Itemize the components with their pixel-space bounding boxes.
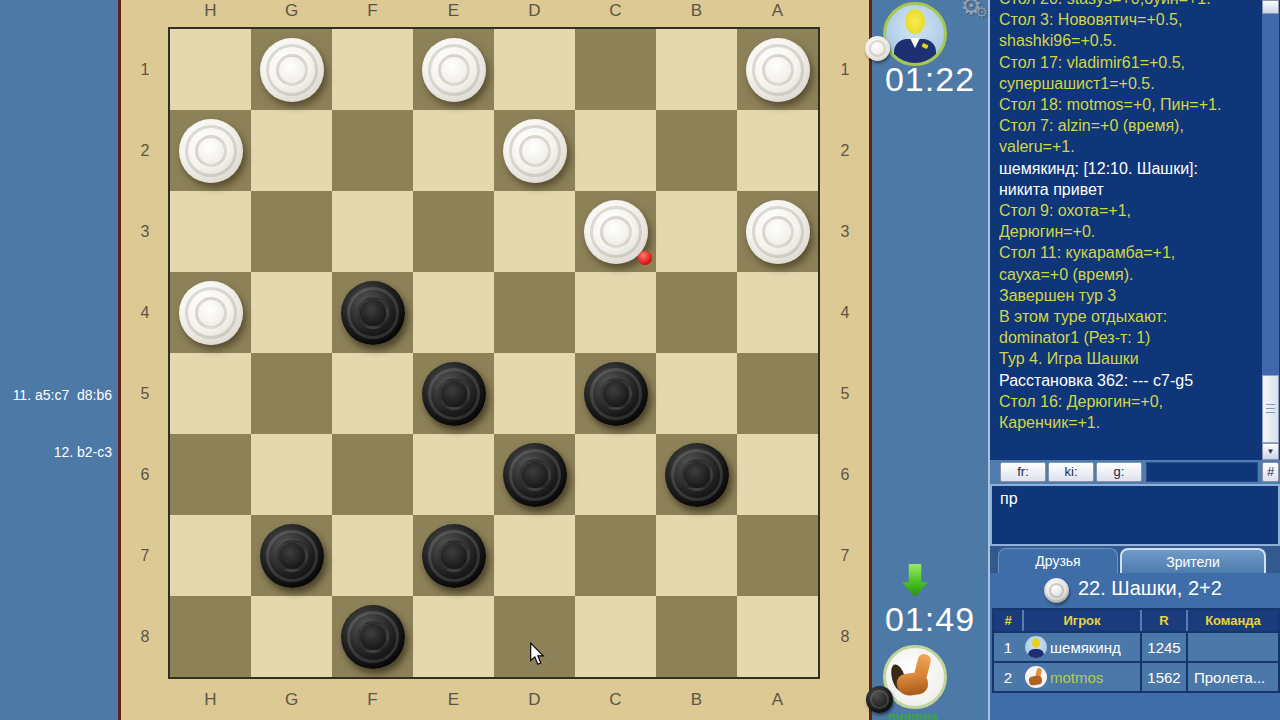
rank-labels-left: 12345678 xyxy=(122,29,168,677)
chat-line: Стол 7: alzin=+0 (время), xyxy=(999,115,1255,136)
white-man-d2[interactable] xyxy=(503,119,567,183)
rank-label-3: 3 xyxy=(822,191,868,272)
mouse-cursor xyxy=(529,642,545,666)
chat-line: Стол 3: Нововятич=+0.5, xyxy=(999,9,1255,30)
file-label-G: G xyxy=(251,690,332,712)
white-man-e1[interactable] xyxy=(422,38,486,102)
move-list: 11. a5:c7 d8:b6 12. b2-c3 xyxy=(0,348,112,500)
square-a2[interactable] xyxy=(737,110,818,191)
square-c4[interactable] xyxy=(575,272,656,353)
chat-line: Каренчик=+1. xyxy=(999,412,1255,433)
white-man-a3[interactable] xyxy=(746,200,810,264)
file-label-D: D xyxy=(494,1,575,23)
file-label-H: H xyxy=(170,1,251,23)
row-team: Пролета... xyxy=(1186,663,1278,691)
square-f3[interactable] xyxy=(332,191,413,272)
file-labels-top: HGFEDCBA xyxy=(170,1,818,23)
spectator-table-header: # Игрок R Команда xyxy=(994,610,1278,631)
person-icon xyxy=(1025,636,1047,658)
square-b4[interactable] xyxy=(656,272,737,353)
file-label-F: F xyxy=(332,690,413,712)
square-h8[interactable] xyxy=(170,596,251,677)
file-labels-bottom: HGFEDCBA xyxy=(170,690,818,712)
room-header: 22. Шашки, 2+2 xyxy=(990,573,1280,608)
square-b8[interactable] xyxy=(656,596,737,677)
room-title: 22. Шашки, 2+2 xyxy=(1078,577,1222,600)
square-h1[interactable] xyxy=(170,29,251,110)
white-man-g1[interactable] xyxy=(260,38,324,102)
chat-line: сауха=+0 (время). xyxy=(999,264,1255,285)
square-b3[interactable] xyxy=(656,191,737,272)
col-header-player: Игрок xyxy=(1022,610,1140,631)
chat-line: Стол 11: кукарамба=+1, xyxy=(999,242,1255,263)
chat-line: valeru=+1. xyxy=(999,136,1255,157)
col-header-rating: R xyxy=(1140,610,1186,631)
row-number: 1 xyxy=(994,633,1022,661)
file-label-C: C xyxy=(575,1,656,23)
square-f7[interactable] xyxy=(332,515,413,596)
black-man-d6[interactable] xyxy=(503,443,567,507)
bottom-player-name: motmos xyxy=(872,709,954,720)
file-label-H: H xyxy=(170,690,251,712)
tabs-strip: Друзья Зрители xyxy=(990,546,1280,573)
rank-label-8: 8 xyxy=(122,596,168,677)
rank-label-5: 5 xyxy=(122,353,168,434)
square-g3[interactable] xyxy=(251,191,332,272)
checkers-board xyxy=(168,27,820,679)
square-c2[interactable] xyxy=(575,110,656,191)
rank-label-1: 1 xyxy=(822,29,868,110)
chat-log[interactable]: Стол 20: stasys=+0,буин=+1.Стол 3: Новов… xyxy=(990,0,1280,460)
square-h6[interactable] xyxy=(170,434,251,515)
file-label-E: E xyxy=(413,690,494,712)
rank-label-5: 5 xyxy=(822,353,868,434)
file-label-A: A xyxy=(737,1,818,23)
rank-label-7: 7 xyxy=(122,515,168,596)
chat-line: Расстановка 362: --- c7-g5 xyxy=(999,370,1255,391)
rank-label-4: 4 xyxy=(822,272,868,353)
rank-label-3: 3 xyxy=(122,191,168,272)
chat-line: Дерюгин=+0. xyxy=(999,221,1255,242)
chat-line: Стол 20: stasys=+0,буин=+1. xyxy=(999,0,1255,9)
chat-line: Стол 17: vladimir61=+0.5, xyxy=(999,52,1255,73)
chat-scrollbar[interactable]: ▼ xyxy=(1262,0,1279,460)
chat-line: Стол 9: охота=+1, xyxy=(999,200,1255,221)
white-man-h4[interactable] xyxy=(179,281,243,345)
black-man-e5[interactable] xyxy=(422,362,486,426)
avatar-head xyxy=(905,9,925,34)
chat-line: Завершен тур 3 xyxy=(999,285,1255,306)
black-man-e7[interactable] xyxy=(422,524,486,588)
ki-filter-button[interactable]: ki: xyxy=(1048,462,1094,482)
square-f1[interactable] xyxy=(332,29,413,110)
square-d3[interactable] xyxy=(494,191,575,272)
col-header-team: Команда xyxy=(1186,610,1278,631)
black-man-f4[interactable] xyxy=(341,281,405,345)
square-b5[interactable] xyxy=(656,353,737,434)
checkers-client: { "game": "checkers", "variant": "Russia… xyxy=(0,0,1280,720)
square-e4[interactable] xyxy=(413,272,494,353)
square-b1[interactable] xyxy=(656,29,737,110)
row-number: 2 xyxy=(994,663,1022,691)
black-man-c5[interactable] xyxy=(584,362,648,426)
white-man-a1[interactable] xyxy=(746,38,810,102)
toolbar-input[interactable] xyxy=(1146,462,1258,482)
hash-button[interactable]: # xyxy=(1262,462,1279,482)
square-g6[interactable] xyxy=(251,434,332,515)
chat-line: супершашист1=+0.5. xyxy=(999,73,1255,94)
square-c1[interactable] xyxy=(575,29,656,110)
square-e2[interactable] xyxy=(413,110,494,191)
square-c6[interactable] xyxy=(575,434,656,515)
chat-line: В этом туре отдыхают: xyxy=(999,306,1255,327)
bottom-player-clock: 01:49 xyxy=(872,600,988,639)
square-b2[interactable] xyxy=(656,110,737,191)
file-label-B: B xyxy=(656,1,737,23)
square-h3[interactable] xyxy=(170,191,251,272)
scroll-up-button[interactable] xyxy=(1262,0,1279,14)
square-e3[interactable] xyxy=(413,191,494,272)
square-f6[interactable] xyxy=(332,434,413,515)
chat-line: shashki96=+0.5. xyxy=(999,30,1255,51)
square-a4[interactable] xyxy=(737,272,818,353)
square-a7[interactable] xyxy=(737,515,818,596)
rank-label-7: 7 xyxy=(822,515,868,596)
black-man-g7[interactable] xyxy=(260,524,324,588)
chat-line: dominator1 (Рез-т: 1) xyxy=(999,327,1255,348)
turn-indicator-arrow-icon xyxy=(902,564,928,597)
square-d1[interactable] xyxy=(494,29,575,110)
row-team xyxy=(1186,633,1278,661)
square-h5[interactable] xyxy=(170,353,251,434)
square-f2[interactable] xyxy=(332,110,413,191)
rank-label-6: 6 xyxy=(822,434,868,515)
last-move-marker xyxy=(638,251,652,265)
square-g2[interactable] xyxy=(251,110,332,191)
square-h7[interactable] xyxy=(170,515,251,596)
square-c7[interactable] xyxy=(575,515,656,596)
rank-labels-right: 12345678 xyxy=(822,29,868,677)
square-g8[interactable] xyxy=(251,596,332,677)
tab-spectators[interactable]: Зрители xyxy=(1120,548,1266,573)
file-label-A: A xyxy=(737,690,818,712)
fr-filter-button[interactable]: fr: xyxy=(1000,462,1046,482)
rank-label-2: 2 xyxy=(822,110,868,191)
row-avatar xyxy=(1022,663,1050,691)
row-player-name: motmos xyxy=(1050,663,1140,691)
row-player-name: шемякинд xyxy=(1050,633,1140,661)
spectator-table: # Игрок R Команда 1шемякинд12452motmos15… xyxy=(992,608,1280,693)
square-f5[interactable] xyxy=(332,353,413,434)
right-panel: Стол 20: stasys=+0,буин=+1.Стол 3: Новов… xyxy=(988,0,1280,720)
square-a5[interactable] xyxy=(737,353,818,434)
square-d4[interactable] xyxy=(494,272,575,353)
square-a8[interactable] xyxy=(737,596,818,677)
rank-label-4: 4 xyxy=(122,272,168,353)
left-sidebar: 11. a5:c7 d8:b6 12. b2-c3 xyxy=(0,0,118,720)
file-label-E: E xyxy=(413,1,494,23)
white-ball-icon xyxy=(1044,578,1069,603)
black-man-f8[interactable] xyxy=(341,605,405,669)
rank-label-6: 6 xyxy=(122,434,168,515)
chat-lines: Стол 20: stasys=+0,буин=+1.Стол 3: Новов… xyxy=(999,0,1255,433)
move-list-line: 11. a5:c7 d8:b6 xyxy=(0,386,112,405)
scroll-down-button[interactable]: ▼ xyxy=(1262,443,1279,460)
scrollbar-thumb[interactable] xyxy=(1262,375,1279,443)
top-player-avatar[interactable] xyxy=(883,2,947,66)
chat-line: Стол 16: Дерюгин=+0, xyxy=(999,391,1255,412)
chat-message-input[interactable]: пр xyxy=(990,484,1280,546)
move-list-line: 12. b2-c3 xyxy=(0,443,112,462)
square-b7[interactable] xyxy=(656,515,737,596)
thumb-fist xyxy=(896,671,930,697)
square-d7[interactable] xyxy=(494,515,575,596)
square-d5[interactable] xyxy=(494,353,575,434)
square-g4[interactable] xyxy=(251,272,332,353)
board-frame: HGFEDCBA HGFEDCBA 12345678 12345678 xyxy=(118,0,872,720)
row-rating: 1562 xyxy=(1140,663,1186,691)
square-c8[interactable] xyxy=(575,596,656,677)
rank-label-1: 1 xyxy=(122,29,168,110)
row-avatar xyxy=(1022,633,1050,661)
white-checker-tray-icon xyxy=(865,36,890,61)
chat-line: шемякинд: [12:10. Шашки]: xyxy=(999,158,1255,179)
chat-line: Тур 4. Игра Шашки xyxy=(999,348,1255,369)
square-g5[interactable] xyxy=(251,353,332,434)
black-man-b6[interactable] xyxy=(665,443,729,507)
spectator-row-шемякинд[interactable]: 1шемякинд1245 xyxy=(994,631,1278,661)
chat-line: Стол 18: motmos=+0, Пин=+1. xyxy=(999,94,1255,115)
white-man-h2[interactable] xyxy=(179,119,243,183)
rank-label-8: 8 xyxy=(822,596,868,677)
file-label-C: C xyxy=(575,690,656,712)
player-column: ⚙⚙ 01:22 01:49 motmos xyxy=(872,0,988,720)
file-label-B: B xyxy=(656,690,737,712)
file-label-G: G xyxy=(251,1,332,23)
chat-line: никита привет xyxy=(999,179,1255,200)
thumbs-up-icon xyxy=(1025,666,1047,688)
rank-label-2: 2 xyxy=(122,110,168,191)
square-e8[interactable] xyxy=(413,596,494,677)
square-a6[interactable] xyxy=(737,434,818,515)
col-header-num: # xyxy=(994,610,1022,631)
tab-friends[interactable]: Друзья xyxy=(998,548,1118,573)
spectator-row-motmos[interactable]: 2motmos1562Пролета... xyxy=(994,661,1278,693)
g-filter-button[interactable]: g: xyxy=(1096,462,1142,482)
top-player-clock: 01:22 xyxy=(872,60,988,99)
settings-gear-icon[interactable]: ⚙⚙ xyxy=(960,0,982,20)
file-label-F: F xyxy=(332,1,413,23)
square-e6[interactable] xyxy=(413,434,494,515)
row-rating: 1245 xyxy=(1140,633,1186,661)
chat-toolbar: fr: ki: g: # xyxy=(990,460,1280,484)
file-label-D: D xyxy=(494,690,575,712)
